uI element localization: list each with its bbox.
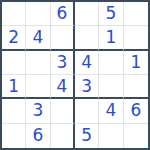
cell-r5c4[interactable] (75, 99, 99, 123)
given-digit: 1 (130, 54, 141, 71)
cell-r1c4[interactable] (75, 2, 99, 26)
given-digit: 5 (106, 5, 117, 22)
cell-r2c4[interactable] (75, 26, 99, 50)
cell-r6c5[interactable] (99, 124, 123, 148)
given-digit: 6 (33, 127, 44, 144)
cell-r2c1[interactable]: 2 (2, 26, 26, 50)
cell-r3c1[interactable] (2, 51, 26, 75)
cell-r5c6[interactable]: 6 (124, 99, 148, 123)
cell-r4c6[interactable] (124, 75, 148, 99)
cell-r4c2[interactable] (26, 75, 50, 99)
cell-r3c4[interactable]: 4 (75, 51, 99, 75)
cell-r1c6[interactable] (124, 2, 148, 26)
cell-r4c1[interactable]: 1 (2, 75, 26, 99)
cell-r5c3[interactable] (51, 99, 75, 123)
cell-r3c3[interactable]: 3 (51, 51, 75, 75)
given-digit: 3 (56, 54, 67, 71)
cell-r5c2[interactable]: 3 (26, 99, 50, 123)
sudoku-board: 6524134114334665 (0, 0, 150, 150)
cell-r2c6[interactable] (124, 26, 148, 50)
given-digit: 1 (106, 29, 117, 46)
cell-r6c2[interactable]: 6 (26, 124, 50, 148)
given-digit: 6 (130, 102, 141, 119)
given-digit: 3 (33, 102, 44, 119)
cell-r1c1[interactable] (2, 2, 26, 26)
given-digit: 2 (8, 29, 19, 46)
given-digit: 5 (81, 127, 92, 144)
cell-r3c5[interactable] (99, 51, 123, 75)
cell-r6c4[interactable]: 5 (75, 124, 99, 148)
cell-r3c6[interactable]: 1 (124, 51, 148, 75)
cell-r5c1[interactable] (2, 99, 26, 123)
cell-r1c5[interactable]: 5 (99, 2, 123, 26)
cell-r4c3[interactable]: 4 (51, 75, 75, 99)
given-digit: 1 (8, 78, 19, 95)
cell-r6c3[interactable] (51, 124, 75, 148)
cell-r4c5[interactable] (99, 75, 123, 99)
cell-r3c2[interactable] (26, 51, 50, 75)
cell-r6c6[interactable] (124, 124, 148, 148)
cell-r2c5[interactable]: 1 (99, 26, 123, 50)
cell-r2c2[interactable]: 4 (26, 26, 50, 50)
cell-r6c1[interactable] (2, 124, 26, 148)
given-digit: 6 (56, 5, 67, 22)
cell-r4c4[interactable]: 3 (75, 75, 99, 99)
given-digit: 4 (81, 54, 92, 71)
cell-r1c3[interactable]: 6 (51, 2, 75, 26)
given-digit: 4 (56, 78, 67, 95)
cell-r5c5[interactable]: 4 (99, 99, 123, 123)
given-digit: 4 (106, 102, 117, 119)
given-digit: 3 (81, 78, 92, 95)
cell-r2c3[interactable] (51, 26, 75, 50)
cell-r1c2[interactable] (26, 2, 50, 26)
given-digit: 4 (33, 29, 44, 46)
